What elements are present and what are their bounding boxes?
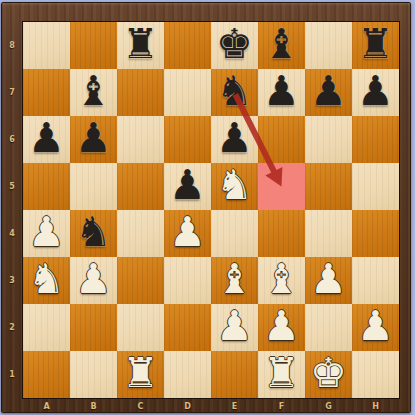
square-e2[interactable]: ♟ — [211, 304, 258, 351]
piece-black-pawn-b6[interactable]: ♟ — [75, 118, 112, 159]
square-d5[interactable]: ♟ — [164, 163, 211, 210]
square-h8[interactable]: ♜ — [352, 22, 399, 69]
piece-white-king-g1[interactable]: ♚ — [310, 353, 347, 394]
square-a3[interactable]: ♞ — [23, 257, 70, 304]
square-a2[interactable] — [23, 304, 70, 351]
piece-black-king-e8[interactable]: ♚ — [216, 24, 253, 65]
piece-black-pawn-e6[interactable]: ♟ — [216, 118, 253, 159]
piece-black-pawn-f7[interactable]: ♟ — [263, 71, 300, 112]
square-g3[interactable]: ♟ — [305, 257, 352, 304]
square-h6[interactable] — [352, 116, 399, 163]
square-f7[interactable]: ♟ — [258, 69, 305, 116]
square-b4[interactable]: ♞ — [70, 210, 117, 257]
file-label-c: C — [117, 399, 164, 414]
square-h1[interactable] — [352, 351, 399, 398]
piece-black-pawn-d5[interactable]: ♟ — [169, 165, 206, 206]
piece-white-pawn-d4[interactable]: ♟ — [169, 212, 206, 253]
square-b2[interactable] — [70, 304, 117, 351]
square-a5[interactable] — [23, 163, 70, 210]
square-e6[interactable]: ♟ — [211, 116, 258, 163]
square-c3[interactable] — [117, 257, 164, 304]
square-b6[interactable]: ♟ — [70, 116, 117, 163]
square-f2[interactable]: ♟ — [258, 304, 305, 351]
square-e7[interactable]: ♞ — [211, 69, 258, 116]
square-c2[interactable] — [117, 304, 164, 351]
square-c4[interactable] — [117, 210, 164, 257]
rank-label-5: 5 — [1, 163, 23, 210]
square-d4[interactable]: ♟ — [164, 210, 211, 257]
square-g1[interactable]: ♚ — [305, 351, 352, 398]
piece-white-pawn-g3[interactable]: ♟ — [310, 259, 347, 300]
square-b8[interactable] — [70, 22, 117, 69]
piece-white-knight-e5[interactable]: ♞ — [216, 165, 253, 206]
square-f6[interactable] — [258, 116, 305, 163]
square-d3[interactable] — [164, 257, 211, 304]
square-f4[interactable] — [258, 210, 305, 257]
square-h4[interactable] — [352, 210, 399, 257]
file-label-e: E — [211, 399, 258, 414]
square-a4[interactable]: ♟ — [23, 210, 70, 257]
square-e4[interactable] — [211, 210, 258, 257]
square-g8[interactable] — [305, 22, 352, 69]
piece-white-rook-f1[interactable]: ♜ — [263, 353, 300, 394]
rank-label-4: 4 — [1, 210, 23, 257]
square-a7[interactable] — [23, 69, 70, 116]
square-g2[interactable] — [305, 304, 352, 351]
square-d7[interactable] — [164, 69, 211, 116]
rank-label-7: 7 — [1, 69, 23, 116]
piece-white-pawn-h2[interactable]: ♟ — [357, 306, 394, 347]
board-frame: 87654321 ABCDEFGH ♜♚♝♜♝♞♟♟♟♟♟♟♟♞♟♞♟♞♟♝♝♟… — [1, 2, 411, 413]
rank-label-8: 8 — [1, 22, 23, 69]
square-g7[interactable]: ♟ — [305, 69, 352, 116]
rank-label-2: 2 — [1, 304, 23, 351]
rank-label-1: 1 — [1, 351, 23, 398]
piece-white-pawn-b3[interactable]: ♟ — [75, 259, 112, 300]
square-f3[interactable]: ♝ — [258, 257, 305, 304]
square-b7[interactable]: ♝ — [70, 69, 117, 116]
piece-black-rook-h8[interactable]: ♜ — [357, 24, 394, 65]
piece-black-knight-b4[interactable]: ♞ — [75, 212, 112, 253]
square-d2[interactable] — [164, 304, 211, 351]
square-e1[interactable] — [211, 351, 258, 398]
piece-white-knight-a3[interactable]: ♞ — [28, 259, 65, 300]
square-c6[interactable] — [117, 116, 164, 163]
piece-white-bishop-f3[interactable]: ♝ — [263, 259, 300, 300]
square-b3[interactable]: ♟ — [70, 257, 117, 304]
piece-white-bishop-e3[interactable]: ♝ — [216, 259, 253, 300]
piece-white-pawn-a4[interactable]: ♟ — [28, 212, 65, 253]
square-h5[interactable] — [352, 163, 399, 210]
piece-black-bishop-b7[interactable]: ♝ — [75, 71, 112, 112]
square-d8[interactable] — [164, 22, 211, 69]
square-f8[interactable]: ♝ — [258, 22, 305, 69]
square-d1[interactable] — [164, 351, 211, 398]
file-label-f: F — [258, 399, 305, 414]
piece-white-pawn-f2[interactable]: ♟ — [263, 306, 300, 347]
file-label-g: G — [305, 399, 352, 414]
file-labels: ABCDEFGH — [23, 399, 399, 414]
square-c8[interactable]: ♜ — [117, 22, 164, 69]
square-c1[interactable]: ♜ — [117, 351, 164, 398]
piece-black-bishop-f8[interactable]: ♝ — [263, 24, 300, 65]
square-e8[interactable]: ♚ — [211, 22, 258, 69]
file-label-h: H — [352, 399, 399, 414]
square-g6[interactable] — [305, 116, 352, 163]
square-f5[interactable] — [258, 163, 305, 210]
square-c7[interactable] — [117, 69, 164, 116]
piece-white-rook-c1[interactable]: ♜ — [122, 353, 159, 394]
square-g4[interactable] — [305, 210, 352, 257]
square-f1[interactable]: ♜ — [258, 351, 305, 398]
square-a6[interactable]: ♟ — [23, 116, 70, 163]
square-c5[interactable] — [117, 163, 164, 210]
square-b1[interactable] — [70, 351, 117, 398]
square-b5[interactable] — [70, 163, 117, 210]
rank-labels: 87654321 — [1, 22, 23, 398]
file-label-d: D — [164, 399, 211, 414]
file-label-a: A — [23, 399, 70, 414]
square-g5[interactable] — [305, 163, 352, 210]
square-e3[interactable]: ♝ — [211, 257, 258, 304]
square-h7[interactable]: ♟ — [352, 69, 399, 116]
piece-white-pawn-e2[interactable]: ♟ — [216, 306, 253, 347]
piece-black-pawn-h7[interactable]: ♟ — [357, 71, 394, 112]
square-h2[interactable]: ♟ — [352, 304, 399, 351]
piece-black-rook-c8[interactable]: ♜ — [122, 24, 159, 65]
rank-label-3: 3 — [1, 257, 23, 304]
piece-black-knight-e7[interactable]: ♞ — [216, 71, 253, 112]
square-a1[interactable] — [23, 351, 70, 398]
piece-black-pawn-a6[interactable]: ♟ — [28, 118, 65, 159]
file-label-b: B — [70, 399, 117, 414]
chess-widget: 87654321 ABCDEFGH ♜♚♝♜♝♞♟♟♟♟♟♟♟♞♟♞♟♞♟♝♝♟… — [0, 0, 415, 415]
square-d6[interactable] — [164, 116, 211, 163]
rank-label-6: 6 — [1, 116, 23, 163]
square-e5[interactable]: ♞ — [211, 163, 258, 210]
square-a8[interactable] — [23, 22, 70, 69]
chess-board: ♜♚♝♜♝♞♟♟♟♟♟♟♟♞♟♞♟♞♟♝♝♟♟♟♟♜♜♚ — [23, 22, 399, 398]
square-h3[interactable] — [352, 257, 399, 304]
piece-black-pawn-g7[interactable]: ♟ — [310, 71, 347, 112]
